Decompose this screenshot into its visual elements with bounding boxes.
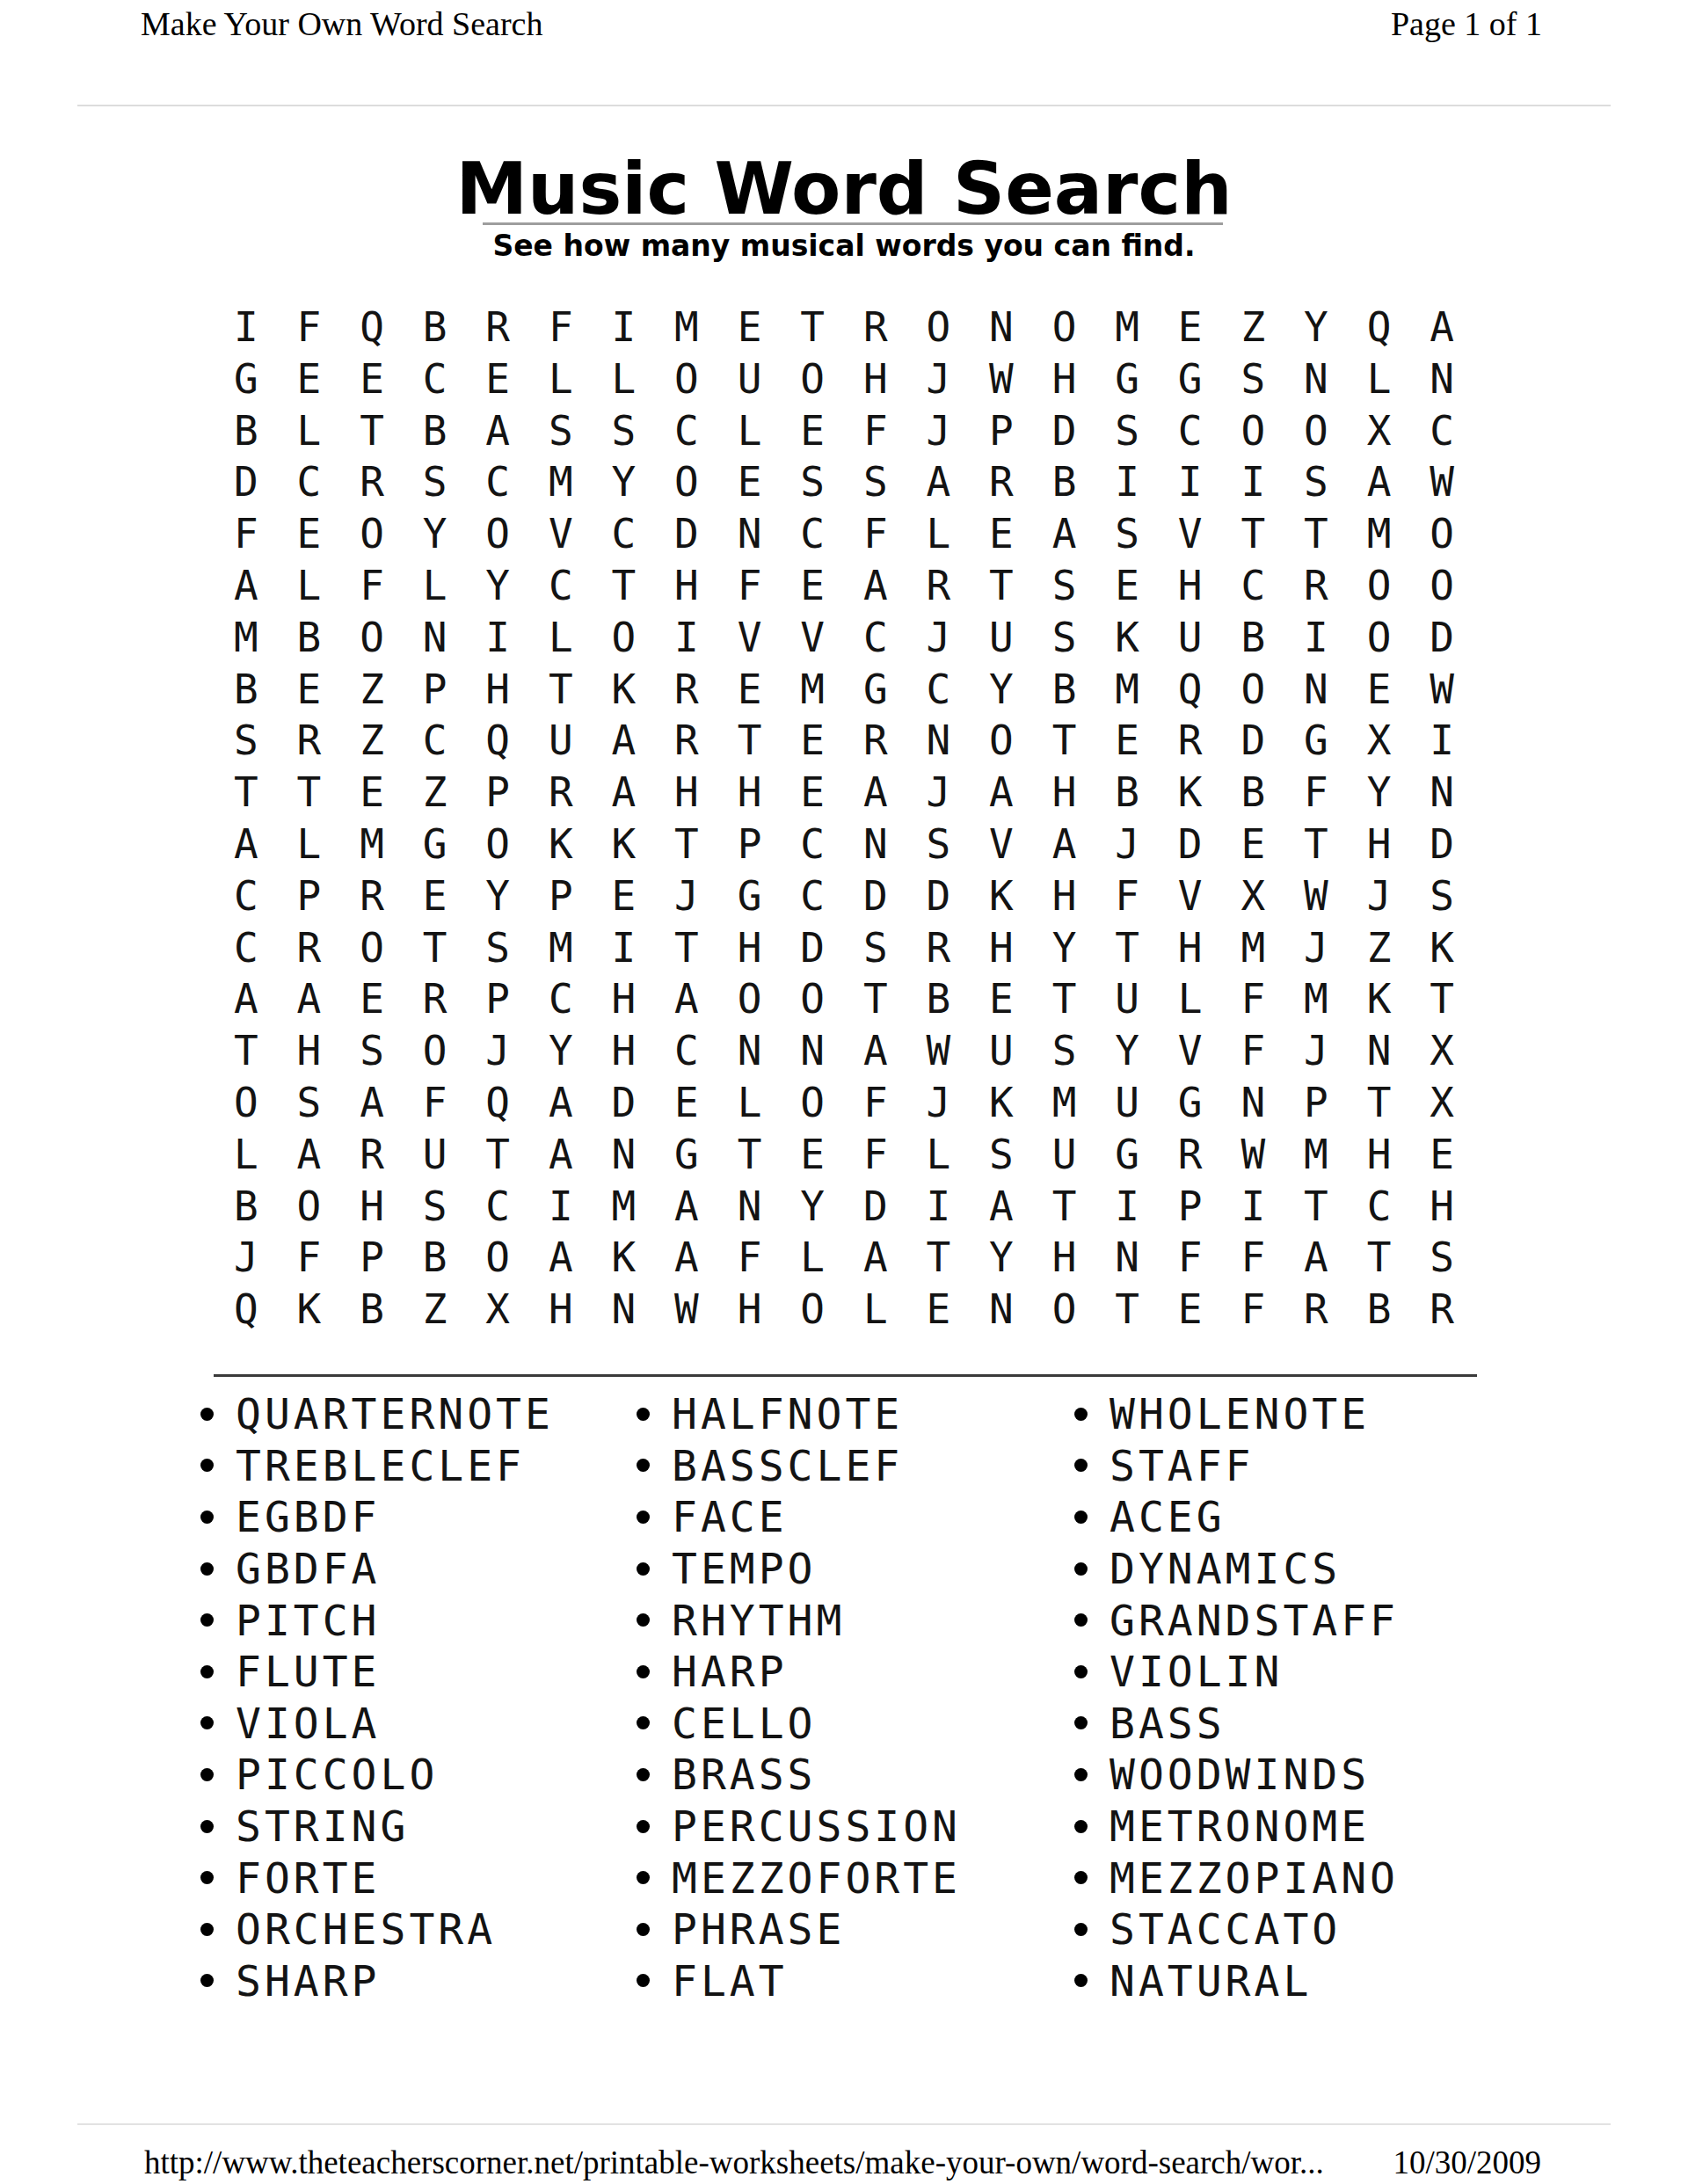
grid-cell: W xyxy=(1410,456,1473,508)
grid-cell: F xyxy=(529,302,593,353)
bullet-icon xyxy=(200,1871,214,1884)
grid-cell: W xyxy=(970,353,1033,405)
grid-cell: E xyxy=(1159,1284,1222,1336)
grid-cell: O xyxy=(340,612,404,664)
grid-cell: N xyxy=(1410,353,1473,405)
word-item: MEZZOFORTE xyxy=(637,1852,961,1904)
grid-cell: T xyxy=(593,560,656,612)
grid-cell: O xyxy=(781,1284,844,1336)
page-title: Music Word Search xyxy=(0,151,1688,227)
grid-cell: S xyxy=(1095,508,1159,560)
grid-cell: N xyxy=(593,1284,656,1336)
grid-cell: P xyxy=(1159,1181,1222,1233)
grid-cell: M xyxy=(1284,1129,1348,1181)
grid-cell: W xyxy=(1410,664,1473,716)
grid-cell: H xyxy=(1159,560,1222,612)
grid-cell: Y xyxy=(466,870,529,922)
grid-cell: F xyxy=(215,508,278,560)
grid-cell: A xyxy=(844,1025,907,1077)
grid-cell: M xyxy=(529,456,593,508)
grid-cell: I xyxy=(215,302,278,353)
grid-cell: C xyxy=(1222,560,1285,612)
grid-cell: H xyxy=(1033,353,1096,405)
grid-cell: O xyxy=(781,973,844,1025)
grid-cell: C xyxy=(781,508,844,560)
grid-cell: M xyxy=(1095,302,1159,353)
grid-cell: G xyxy=(1095,1129,1159,1181)
grid-cell: G xyxy=(718,870,782,922)
grid-cell: F xyxy=(844,1129,907,1181)
word-label: WHOLENOTE xyxy=(1110,1389,1370,1438)
grid-cell: F xyxy=(340,560,404,612)
grid-cell: C xyxy=(529,560,593,612)
grid-cell: G xyxy=(1159,1077,1222,1129)
grid-cell: B xyxy=(340,1284,404,1336)
word-item: PERCUSSION xyxy=(637,1801,961,1853)
grid-cell: A xyxy=(529,1077,593,1129)
grid-cell: O xyxy=(1348,612,1411,664)
word-label: SHARP xyxy=(236,1956,381,2006)
grid-cell: L xyxy=(718,405,782,457)
grid-cell: C xyxy=(655,405,718,457)
grid-cell: L xyxy=(278,405,341,457)
grid-cell: I xyxy=(655,612,718,664)
grid-cell: N xyxy=(1284,353,1348,405)
grid-cell: L xyxy=(718,1077,782,1129)
grid-cell: P xyxy=(466,973,529,1025)
grid-cell: I xyxy=(1095,1181,1159,1233)
grid-cell: R xyxy=(907,560,971,612)
grid-cell: N xyxy=(781,1025,844,1077)
grid-cell: C xyxy=(215,922,278,974)
grid-cell: R xyxy=(655,664,718,716)
word-item: FACE xyxy=(637,1491,961,1543)
grid-cell: Y xyxy=(1284,302,1348,353)
grid-cell: B xyxy=(404,302,467,353)
grid-cell: S xyxy=(466,922,529,974)
grid-cell: O xyxy=(655,353,718,405)
grid-cell: C xyxy=(781,819,844,870)
grid-cell: N xyxy=(1348,1025,1411,1077)
bullet-icon xyxy=(637,1768,650,1781)
grid-cell: T xyxy=(466,1129,529,1181)
grid-cell: B xyxy=(1033,456,1096,508)
grid-cell: S xyxy=(1284,456,1348,508)
grid-cell: F xyxy=(1095,870,1159,922)
grid-cell: R xyxy=(340,870,404,922)
grid-cell: S xyxy=(1033,1025,1096,1077)
grid-cell: H xyxy=(1348,1129,1411,1181)
grid-cell: C xyxy=(907,664,971,716)
grid-cell: F xyxy=(1222,1284,1285,1336)
grid-cell: S xyxy=(404,1181,467,1233)
grid-cell: N xyxy=(1410,767,1473,819)
print-header-page-number: Page 1 of 1 xyxy=(1391,2,1542,46)
grid-cell: A xyxy=(844,767,907,819)
word-label: FLUTE xyxy=(236,1647,381,1696)
grid-cell: B xyxy=(278,612,341,664)
grid-cell: E xyxy=(340,353,404,405)
grid-cell: O xyxy=(466,508,529,560)
word-label: STACCATO xyxy=(1110,1904,1341,1954)
grid-cell: O xyxy=(466,819,529,870)
grid-cell: T xyxy=(655,922,718,974)
grid-cell: R xyxy=(1159,715,1222,767)
bullet-icon xyxy=(1074,1923,1088,1936)
bullet-icon xyxy=(637,1820,650,1833)
word-label: BASSCLEF xyxy=(672,1441,903,1490)
grid-cell: E xyxy=(1348,664,1411,716)
grid-cell: P xyxy=(529,870,593,922)
grid-cell: B xyxy=(1033,664,1096,716)
grid-cell: E xyxy=(1410,1129,1473,1181)
grid-cell: A xyxy=(655,1181,718,1233)
grid-cell: A xyxy=(970,1181,1033,1233)
grid-cell: S xyxy=(529,405,593,457)
grid-cell: Z xyxy=(404,767,467,819)
grid-cell: R xyxy=(844,302,907,353)
grid-cell: N xyxy=(718,1181,782,1233)
word-item: BASS xyxy=(1074,1698,1399,1750)
grid-cell: E xyxy=(1095,560,1159,612)
word-label: METRONOME xyxy=(1110,1802,1370,1851)
grid-cell: X xyxy=(1222,870,1285,922)
word-list-column-1: QUARTERNOTETREBLECLEFEGBDFGBDFAPITCHFLUT… xyxy=(200,1388,554,2006)
grid-cell: H xyxy=(844,353,907,405)
grid-cell: H xyxy=(655,560,718,612)
grid-cell: H xyxy=(1159,922,1222,974)
grid-cell: Z xyxy=(1348,922,1411,974)
grid-cell: R xyxy=(529,767,593,819)
grid-cell: V xyxy=(1159,1025,1222,1077)
grid-cell: X xyxy=(1348,715,1411,767)
grid-cell: H xyxy=(466,664,529,716)
word-grid: IFQBRFIMETRONOMEZYQAGEECELLOUOHJWHGGSNLN… xyxy=(215,302,1473,1336)
grid-cell: A xyxy=(844,560,907,612)
grid-cell: L xyxy=(529,353,593,405)
grid-cell: E xyxy=(278,508,341,560)
grid-cell: T xyxy=(1095,922,1159,974)
grid-cell: R xyxy=(340,456,404,508)
grid-cell: T xyxy=(1033,715,1096,767)
grid-cell: U xyxy=(970,612,1033,664)
grid-cell: B xyxy=(404,1232,467,1284)
grid-cell: O xyxy=(215,1077,278,1129)
grid-cell: P xyxy=(1284,1077,1348,1129)
grid-cell: C xyxy=(593,508,656,560)
grid-cell: N xyxy=(970,1284,1033,1336)
grid-cell: G xyxy=(1284,715,1348,767)
grid-cell: T xyxy=(1095,1284,1159,1336)
grid-cell: T xyxy=(1222,508,1285,560)
grid-cell: N xyxy=(718,1025,782,1077)
grid-cell: V xyxy=(1159,870,1222,922)
word-item: NATURAL xyxy=(1074,1955,1399,2007)
grid-cell: P xyxy=(404,664,467,716)
grid-cell: B xyxy=(1348,1284,1411,1336)
grid-cell: F xyxy=(844,1077,907,1129)
bullet-icon xyxy=(200,1923,214,1936)
grid-cell: C xyxy=(404,715,467,767)
grid-cell: U xyxy=(529,715,593,767)
grid-cell: I xyxy=(1284,612,1348,664)
grid-cell: Z xyxy=(1222,302,1285,353)
grid-cell: A xyxy=(340,1077,404,1129)
grid-cell: T xyxy=(970,560,1033,612)
grid-cell: F xyxy=(1222,1025,1285,1077)
grid-cell: S xyxy=(970,1129,1033,1181)
grid-cell: A xyxy=(1033,508,1096,560)
grid-cell: L xyxy=(215,1129,278,1181)
grid-cell: R xyxy=(970,456,1033,508)
grid-cell: O xyxy=(340,508,404,560)
grid-cell: R xyxy=(1159,1129,1222,1181)
grid-cell: W xyxy=(655,1284,718,1336)
grid-cell: O xyxy=(1033,302,1096,353)
bullet-icon xyxy=(1074,1562,1088,1576)
grid-cell: E xyxy=(340,767,404,819)
grid-cell: H xyxy=(593,1025,656,1077)
grid-cell: B xyxy=(1222,767,1285,819)
grid-cell: A xyxy=(529,1232,593,1284)
grid-cell: U xyxy=(404,1129,467,1181)
grid-cell: B xyxy=(215,405,278,457)
bullet-icon xyxy=(637,1511,650,1524)
word-item: GBDFA xyxy=(200,1543,554,1595)
grid-cell: D xyxy=(1222,715,1285,767)
word-label: GBDFA xyxy=(236,1544,381,1593)
bullet-icon xyxy=(637,1716,650,1729)
grid-cell: N xyxy=(907,715,971,767)
grid-cell: O xyxy=(593,612,656,664)
grid-cell: L xyxy=(529,612,593,664)
grid-cell: H xyxy=(1033,1232,1096,1284)
grid-cell: X xyxy=(1410,1077,1473,1129)
grid-cell: Y xyxy=(781,1181,844,1233)
grid-cell: E xyxy=(340,973,404,1025)
grid-cell: J xyxy=(466,1025,529,1077)
grid-cell: H xyxy=(1348,819,1411,870)
bullet-icon xyxy=(1074,1974,1088,1987)
grid-cell: S xyxy=(781,456,844,508)
word-label: PHRASE xyxy=(672,1904,845,1954)
grid-cell: S xyxy=(278,1077,341,1129)
grid-cell: E xyxy=(278,664,341,716)
grid-cell: N xyxy=(1095,1232,1159,1284)
grid-cell: A xyxy=(529,1129,593,1181)
grid-cell: L xyxy=(781,1232,844,1284)
grid-cell: W xyxy=(1222,1129,1285,1181)
bullet-icon xyxy=(637,1871,650,1884)
grid-cell: V xyxy=(718,612,782,664)
grid-cell: A xyxy=(1410,302,1473,353)
grid-cell: T xyxy=(1348,1077,1411,1129)
word-label: RHYTHM xyxy=(672,1596,845,1645)
grid-cell: V xyxy=(970,819,1033,870)
word-item: ORCHESTRA xyxy=(200,1904,554,1955)
grid-cell: E xyxy=(718,302,782,353)
grid-cell: O xyxy=(907,302,971,353)
bullet-icon xyxy=(1074,1871,1088,1884)
grid-cell: O xyxy=(1222,405,1285,457)
grid-cell: T xyxy=(781,302,844,353)
grid-cell: E xyxy=(970,973,1033,1025)
bullet-icon xyxy=(200,1408,214,1421)
word-item: MEZZOPIANO xyxy=(1074,1852,1399,1904)
word-label: PITCH xyxy=(236,1596,381,1645)
grid-cell: T xyxy=(1410,973,1473,1025)
grid-cell: P xyxy=(340,1232,404,1284)
grid-cell: T xyxy=(1348,1232,1411,1284)
print-header-title: Make Your Own Word Search xyxy=(141,2,542,46)
grid-cell: L xyxy=(907,508,971,560)
grid-cell: Y xyxy=(970,664,1033,716)
bullet-icon xyxy=(1074,1820,1088,1833)
word-item: DYNAMICS xyxy=(1074,1543,1399,1595)
grid-cell: A xyxy=(593,715,656,767)
grid-cell: N xyxy=(718,508,782,560)
grid-cell: K xyxy=(1095,612,1159,664)
word-list-column-2: HALFNOTEBASSCLEFFACETEMPORHYTHMHARPCELLO… xyxy=(637,1388,961,2006)
grid-cell: A xyxy=(1284,1232,1348,1284)
grid-cell: L xyxy=(1348,353,1411,405)
grid-cell: D xyxy=(844,1181,907,1233)
word-label: FORTE xyxy=(236,1853,381,1903)
grid-cell: K xyxy=(529,819,593,870)
grid-cell: P xyxy=(278,870,341,922)
word-item: RHYTHM xyxy=(637,1594,961,1646)
grid-cell: K xyxy=(970,1077,1033,1129)
grid-cell: Y xyxy=(1033,922,1096,974)
grid-cell: S xyxy=(1033,612,1096,664)
grid-cell: M xyxy=(1033,1077,1096,1129)
grid-cell: G xyxy=(404,819,467,870)
footer-date: 10/30/2009 xyxy=(1393,2144,1541,2181)
grid-cell: C xyxy=(1410,405,1473,457)
word-item: HARP xyxy=(637,1646,961,1698)
grid-cell: H xyxy=(1033,767,1096,819)
grid-cell: B xyxy=(1222,612,1285,664)
word-label: NATURAL xyxy=(1110,1956,1312,2006)
grid-cell: N xyxy=(593,1129,656,1181)
grid-cell: T xyxy=(907,1232,971,1284)
grid-cell: J xyxy=(215,1232,278,1284)
bullet-icon xyxy=(1074,1716,1088,1729)
word-item: STACCATO xyxy=(1074,1904,1399,1955)
grid-cell: Y xyxy=(529,1025,593,1077)
grid-cell: R xyxy=(278,715,341,767)
bullet-icon xyxy=(1074,1768,1088,1781)
grid-cell: L xyxy=(278,819,341,870)
word-label: WOODWINDS xyxy=(1110,1750,1370,1799)
grid-cell: A xyxy=(593,767,656,819)
grid-cell: V xyxy=(529,508,593,560)
word-label: HALFNOTE xyxy=(672,1389,903,1438)
grid-cell: S xyxy=(593,405,656,457)
grid-cell: A xyxy=(215,560,278,612)
grid-cell: B xyxy=(404,405,467,457)
grid-cell: K xyxy=(1159,767,1222,819)
grid-cell: F xyxy=(1159,1232,1222,1284)
grid-cell: E xyxy=(466,353,529,405)
grid-cell: H xyxy=(529,1284,593,1336)
grid-cell: F xyxy=(1222,1232,1285,1284)
word-item: PHRASE xyxy=(637,1904,961,1955)
grid-cell: F xyxy=(1222,973,1285,1025)
grid-cell: H xyxy=(593,973,656,1025)
bullet-icon xyxy=(637,1613,650,1627)
grid-cell: W xyxy=(1284,870,1348,922)
grid-cell: M xyxy=(781,664,844,716)
grid-cell: F xyxy=(844,508,907,560)
word-item: STRING xyxy=(200,1801,554,1853)
grid-cell: L xyxy=(593,353,656,405)
word-item: VIOLIN xyxy=(1074,1646,1399,1698)
grid-cell: E xyxy=(718,456,782,508)
grid-cell: L xyxy=(907,1129,971,1181)
word-item: TREBLECLEF xyxy=(200,1440,554,1492)
grid-cell: E xyxy=(907,1284,971,1336)
page-subtitle: See how many musical words you can find. xyxy=(0,229,1688,264)
grid-cell: R xyxy=(1284,560,1348,612)
grid-cell: L xyxy=(844,1284,907,1336)
grid-cell: V xyxy=(781,612,844,664)
grid-cell: S xyxy=(844,456,907,508)
grid-cell: G xyxy=(655,1129,718,1181)
grid-cell: N xyxy=(1284,664,1348,716)
grid-cell: T xyxy=(1033,973,1096,1025)
word-label: FACE xyxy=(672,1492,788,1541)
grid-cell: T xyxy=(529,664,593,716)
grid-cell: F xyxy=(844,405,907,457)
grid-cell: C xyxy=(1159,405,1222,457)
grid-cell: N xyxy=(404,612,467,664)
grid-cell: M xyxy=(593,1181,656,1233)
grid-cell: O xyxy=(1222,664,1285,716)
grid-cell: T xyxy=(1284,819,1348,870)
grid-cell: H xyxy=(1410,1181,1473,1233)
grid-cell: A xyxy=(907,456,971,508)
grid-cell: T xyxy=(215,767,278,819)
grid-cell: S xyxy=(907,819,971,870)
grid-cell: C xyxy=(655,1025,718,1077)
grid-cell: G xyxy=(844,664,907,716)
grid-cell: Y xyxy=(1095,1025,1159,1077)
word-item: FLAT xyxy=(637,1955,961,2007)
grid-cell: F xyxy=(718,1232,782,1284)
grid-cell: J xyxy=(907,1077,971,1129)
grid-cell: O xyxy=(718,973,782,1025)
grid-cell: R xyxy=(466,302,529,353)
word-item: HALFNOTE xyxy=(637,1388,961,1440)
grid-cell: D xyxy=(215,456,278,508)
word-item: WOODWINDS xyxy=(1074,1749,1399,1801)
grid-cell: N xyxy=(970,302,1033,353)
word-label: PICCOLO xyxy=(236,1750,438,1799)
grid-cell: K xyxy=(593,819,656,870)
grid-cell: O xyxy=(466,1232,529,1284)
word-item: QUARTERNOTE xyxy=(200,1388,554,1440)
grid-cell: R xyxy=(1284,1284,1348,1336)
grid-cell: M xyxy=(340,819,404,870)
grid-cell: M xyxy=(215,612,278,664)
grid-cell: E xyxy=(278,353,341,405)
grid-cell: N xyxy=(1222,1077,1285,1129)
grid-cell: E xyxy=(593,870,656,922)
grid-cell: O xyxy=(404,1025,467,1077)
grid-cell: S xyxy=(340,1025,404,1077)
word-list-divider xyxy=(214,1374,1477,1377)
